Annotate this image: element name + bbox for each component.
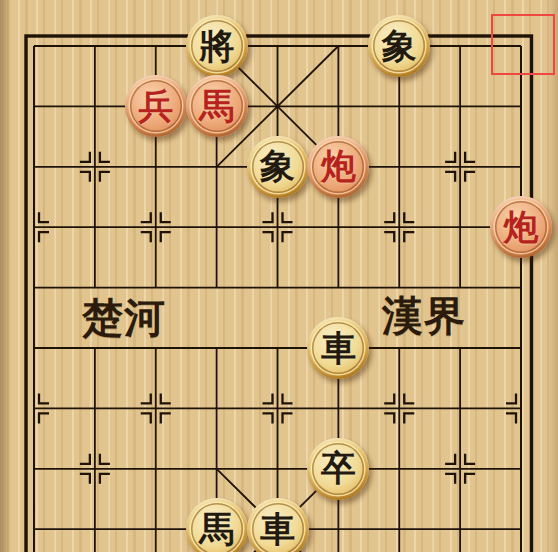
piece-glyph: 炮	[321, 148, 356, 183]
piece-glyph: 將	[199, 28, 234, 63]
piece-black-horse[interactable]: 馬	[186, 498, 248, 552]
piece-red-horse[interactable]: 馬	[186, 75, 248, 137]
piece-glyph: 象	[260, 148, 295, 183]
piece-black-elephant[interactable]: 象	[247, 136, 309, 198]
piece-glyph: 卒	[321, 450, 356, 485]
piece-black-chariot[interactable]: 車	[247, 498, 309, 552]
piece-glyph: 車	[260, 511, 295, 546]
piece-black-soldier[interactable]: 卒	[307, 438, 369, 500]
piece-red-cannon[interactable]: 炮	[490, 196, 552, 258]
piece-glyph: 兵	[138, 88, 173, 123]
piece-black-general[interactable]: 將	[186, 15, 248, 77]
piece-black-chariot[interactable]: 車	[307, 317, 369, 379]
piece-glyph: 車	[321, 330, 356, 365]
highlight-box	[491, 14, 555, 75]
piece-glyph: 馬	[199, 511, 234, 546]
piece-glyph: 象	[382, 28, 417, 63]
pieces-layer: 將象兵馬象炮炮車卒馬車	[0, 0, 558, 552]
piece-glyph: 炮	[504, 209, 539, 244]
piece-black-elephant[interactable]: 象	[368, 15, 430, 77]
piece-red-cannon[interactable]: 炮	[307, 136, 369, 198]
xiangqi-board: 楚河 漢界 將象兵馬象炮炮車卒馬車	[0, 0, 558, 552]
piece-red-soldier[interactable]: 兵	[125, 75, 187, 137]
piece-glyph: 馬	[199, 88, 234, 123]
